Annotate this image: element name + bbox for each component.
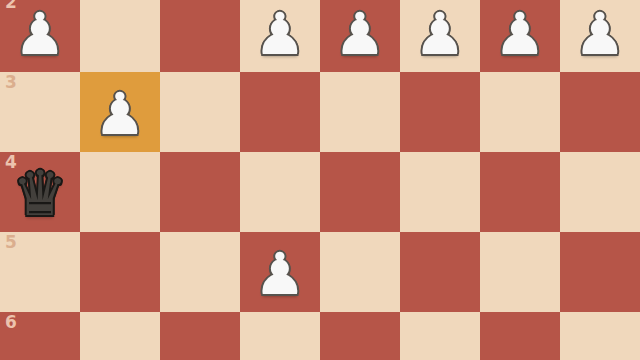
square-c5[interactable] xyxy=(400,232,480,312)
square-f2[interactable] xyxy=(160,0,240,72)
square-a5[interactable] xyxy=(560,232,640,312)
rank-label-6: 6 xyxy=(5,313,17,332)
square-b2[interactable]: ♟ xyxy=(480,0,560,72)
square-f5[interactable] xyxy=(160,232,240,312)
square-d6[interactable] xyxy=(320,312,400,360)
square-d3[interactable] xyxy=(320,72,400,152)
square-f6[interactable] xyxy=(160,312,240,360)
square-c3[interactable] xyxy=(400,72,480,152)
square-f3[interactable] xyxy=(160,72,240,152)
square-e4[interactable] xyxy=(240,152,320,232)
square-d2[interactable]: ♟ xyxy=(320,0,400,72)
square-h2[interactable]: 2♟ xyxy=(0,0,80,72)
square-b6[interactable] xyxy=(480,312,560,360)
square-g5[interactable] xyxy=(80,232,160,312)
square-e3[interactable] xyxy=(240,72,320,152)
square-d4[interactable] xyxy=(320,152,400,232)
square-h5[interactable]: 5 xyxy=(0,232,80,312)
square-f4[interactable] xyxy=(160,152,240,232)
square-d5[interactable] xyxy=(320,232,400,312)
white-pawn-h2[interactable]: ♟ xyxy=(0,0,80,74)
square-g4[interactable] xyxy=(80,152,160,232)
white-pawn-e5[interactable]: ♟ xyxy=(240,234,320,314)
white-pawn-b2[interactable]: ♟ xyxy=(480,0,560,74)
square-b4[interactable] xyxy=(480,152,560,232)
white-pawn-a2[interactable]: ♟ xyxy=(560,0,640,74)
square-h6[interactable]: 6 xyxy=(0,312,80,360)
chess-app-viewport: 2♟♟♟♟♟♟3♟4♛5♟6 xyxy=(0,0,640,360)
white-pawn-c2[interactable]: ♟ xyxy=(400,0,480,74)
square-a2[interactable]: ♟ xyxy=(560,0,640,72)
square-h4[interactable]: 4♛ xyxy=(0,152,80,232)
black-queen-h4[interactable]: ♛ xyxy=(0,154,80,234)
square-e5[interactable]: ♟ xyxy=(240,232,320,312)
square-b5[interactable] xyxy=(480,232,560,312)
square-c4[interactable] xyxy=(400,152,480,232)
square-e2[interactable]: ♟ xyxy=(240,0,320,72)
white-pawn-g3[interactable]: ♟ xyxy=(80,74,160,154)
square-g3[interactable]: ♟ xyxy=(80,72,160,152)
square-a4[interactable] xyxy=(560,152,640,232)
square-g2[interactable] xyxy=(80,0,160,72)
square-a3[interactable] xyxy=(560,72,640,152)
square-e6[interactable] xyxy=(240,312,320,360)
square-b3[interactable] xyxy=(480,72,560,152)
square-a6[interactable] xyxy=(560,312,640,360)
square-c6[interactable] xyxy=(400,312,480,360)
white-pawn-d2[interactable]: ♟ xyxy=(320,0,400,74)
rank-label-5: 5 xyxy=(5,233,17,252)
chess-board: 2♟♟♟♟♟♟3♟4♛5♟6 xyxy=(0,0,640,360)
rank-label-3: 3 xyxy=(5,73,17,92)
square-h3[interactable]: 3 xyxy=(0,72,80,152)
white-pawn-e2[interactable]: ♟ xyxy=(240,0,320,74)
square-g6[interactable] xyxy=(80,312,160,360)
square-c2[interactable]: ♟ xyxy=(400,0,480,72)
